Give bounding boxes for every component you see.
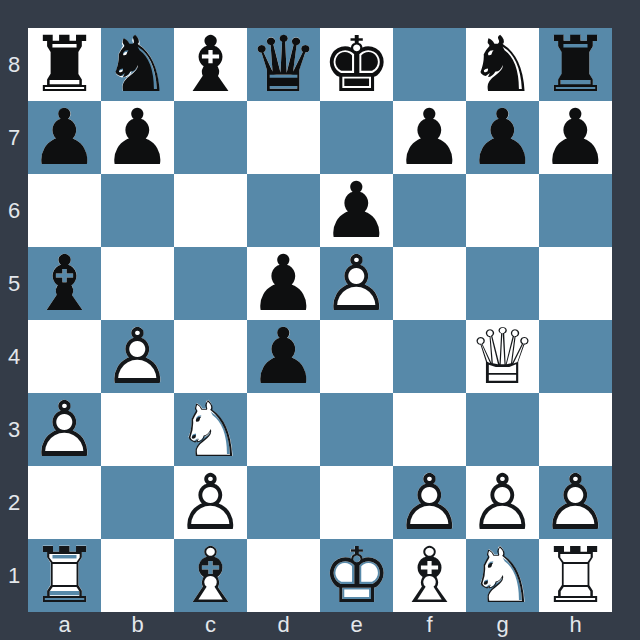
piece-glyph-base: ♜ <box>539 539 612 612</box>
square-e7[interactable] <box>320 101 393 174</box>
piece-glyph-base: ♝ <box>174 539 247 612</box>
square-g5[interactable] <box>466 247 539 320</box>
square-h2[interactable]: ♟♙ <box>539 466 612 539</box>
piece-glyph-base: ♟ <box>539 466 612 539</box>
piece-glyph-base: ♛ <box>466 320 539 393</box>
piece-black-pawn[interactable]: ♙♟ <box>247 320 320 393</box>
piece-glyph-base: ♞ <box>466 539 539 612</box>
square-e2[interactable] <box>320 466 393 539</box>
piece-glyph-base: ♟ <box>174 466 247 539</box>
piece-glyph-detail: ♙ <box>466 466 539 539</box>
square-h5[interactable] <box>539 247 612 320</box>
piece-white-bishop[interactable]: ♝♗ <box>174 539 247 612</box>
square-d3[interactable] <box>247 393 320 466</box>
piece-white-pawn[interactable]: ♟♙ <box>174 466 247 539</box>
piece-white-queen[interactable]: ♛♕ <box>466 320 539 393</box>
rank-label-5: 5 <box>0 247 28 320</box>
piece-black-pawn[interactable]: ♙♟ <box>466 101 539 174</box>
square-e1[interactable]: ♚♔ <box>320 539 393 612</box>
piece-glyph-base: ♘ <box>466 28 539 101</box>
piece-glyph-detail: ♖ <box>28 539 101 612</box>
piece-white-knight[interactable]: ♞♘ <box>174 393 247 466</box>
piece-glyph-base: ♜ <box>28 539 101 612</box>
piece-glyph-base: ♙ <box>320 174 393 247</box>
piece-glyph-base: ♖ <box>539 28 612 101</box>
square-d6[interactable] <box>247 174 320 247</box>
piece-black-rook[interactable]: ♖♜ <box>28 28 101 101</box>
piece-black-bishop[interactable]: ♗♝ <box>174 28 247 101</box>
piece-glyph-detail: ♟ <box>247 247 320 320</box>
square-h3[interactable] <box>539 393 612 466</box>
chess-app: 87654321 ♖♜♘♞♗♝♕♛♔♚♘♞♖♜♙♟♙♟♙♟♙♟♙♟♙♟♗♝♙♟♟… <box>0 0 640 640</box>
rank-label-6: 6 <box>0 174 28 247</box>
rank-label-3: 3 <box>0 393 28 466</box>
piece-white-pawn[interactable]: ♟♙ <box>393 466 466 539</box>
piece-glyph-base: ♚ <box>320 539 393 612</box>
square-c7[interactable] <box>174 101 247 174</box>
square-h4[interactable] <box>539 320 612 393</box>
piece-black-pawn[interactable]: ♙♟ <box>101 101 174 174</box>
square-a7[interactable]: ♙♟ <box>28 101 101 174</box>
piece-glyph-detail: ♕ <box>466 320 539 393</box>
piece-glyph-base: ♗ <box>28 247 101 320</box>
square-f1[interactable]: ♝♗ <box>393 539 466 612</box>
piece-glyph-base: ♙ <box>393 101 466 174</box>
piece-glyph-base: ♔ <box>320 28 393 101</box>
square-b2[interactable] <box>101 466 174 539</box>
file-label-g: g <box>466 612 539 640</box>
square-a5[interactable]: ♗♝ <box>28 247 101 320</box>
square-h6[interactable] <box>539 174 612 247</box>
piece-glyph-detail: ♙ <box>28 393 101 466</box>
square-c6[interactable] <box>174 174 247 247</box>
piece-glyph-detail: ♟ <box>539 101 612 174</box>
square-g2[interactable]: ♟♙ <box>466 466 539 539</box>
chess-board[interactable]: ♖♜♘♞♗♝♕♛♔♚♘♞♖♜♙♟♙♟♙♟♙♟♙♟♙♟♗♝♙♟♟♙♟♙♙♟♛♕♟♙… <box>28 28 612 612</box>
square-c8[interactable]: ♗♝ <box>174 28 247 101</box>
square-c3[interactable]: ♞♘ <box>174 393 247 466</box>
piece-glyph-detail: ♟ <box>101 101 174 174</box>
piece-glyph-detail: ♟ <box>28 101 101 174</box>
piece-glyph-detail: ♟ <box>393 101 466 174</box>
piece-glyph-base: ♙ <box>101 101 174 174</box>
square-b6[interactable] <box>101 174 174 247</box>
piece-black-pawn[interactable]: ♙♟ <box>320 174 393 247</box>
piece-white-pawn[interactable]: ♟♙ <box>101 320 174 393</box>
file-label-d: d <box>247 612 320 640</box>
square-d8[interactable]: ♕♛ <box>247 28 320 101</box>
square-b8[interactable]: ♘♞ <box>101 28 174 101</box>
square-c5[interactable] <box>174 247 247 320</box>
square-h1[interactable]: ♜♖ <box>539 539 612 612</box>
piece-glyph-detail: ♟ <box>247 320 320 393</box>
square-d7[interactable] <box>247 101 320 174</box>
square-b4[interactable]: ♟♙ <box>101 320 174 393</box>
piece-glyph-base: ♙ <box>466 101 539 174</box>
rank-label-8: 8 <box>0 28 28 101</box>
piece-white-rook[interactable]: ♜♖ <box>28 539 101 612</box>
piece-glyph-detail: ♟ <box>466 101 539 174</box>
square-g4[interactable]: ♛♕ <box>466 320 539 393</box>
square-d5[interactable]: ♙♟ <box>247 247 320 320</box>
square-a6[interactable] <box>28 174 101 247</box>
piece-glyph-detail: ♟ <box>320 174 393 247</box>
file-label-h: h <box>539 612 612 640</box>
piece-glyph-detail: ♞ <box>101 28 174 101</box>
piece-glyph-detail: ♙ <box>393 466 466 539</box>
piece-glyph-detail: ♞ <box>466 28 539 101</box>
square-a1[interactable]: ♜♖ <box>28 539 101 612</box>
square-b5[interactable] <box>101 247 174 320</box>
file-label-f: f <box>393 612 466 640</box>
piece-glyph-detail: ♖ <box>539 539 612 612</box>
file-label-b: b <box>101 612 174 640</box>
square-a2[interactable] <box>28 466 101 539</box>
square-f6[interactable] <box>393 174 466 247</box>
square-g7[interactable]: ♙♟ <box>466 101 539 174</box>
square-c1[interactable]: ♝♗ <box>174 539 247 612</box>
square-f2[interactable]: ♟♙ <box>393 466 466 539</box>
piece-white-bishop[interactable]: ♝♗ <box>393 539 466 612</box>
piece-glyph-detail: ♘ <box>174 393 247 466</box>
square-b3[interactable] <box>101 393 174 466</box>
rank-label-1: 1 <box>0 539 28 612</box>
square-a3[interactable]: ♟♙ <box>28 393 101 466</box>
file-label-c: c <box>174 612 247 640</box>
piece-glyph-detail: ♙ <box>174 466 247 539</box>
piece-glyph-detail: ♝ <box>174 28 247 101</box>
piece-black-bishop[interactable]: ♗♝ <box>28 247 101 320</box>
square-c2[interactable]: ♟♙ <box>174 466 247 539</box>
piece-glyph-detail: ♗ <box>393 539 466 612</box>
square-e6[interactable]: ♙♟ <box>320 174 393 247</box>
square-b7[interactable]: ♙♟ <box>101 101 174 174</box>
piece-glyph-base: ♟ <box>101 320 174 393</box>
piece-glyph-detail: ♜ <box>539 28 612 101</box>
piece-black-knight[interactable]: ♘♞ <box>101 28 174 101</box>
square-g6[interactable] <box>466 174 539 247</box>
square-f4[interactable] <box>393 320 466 393</box>
square-h7[interactable]: ♙♟ <box>539 101 612 174</box>
piece-glyph-detail: ♝ <box>28 247 101 320</box>
square-e8[interactable]: ♔♚ <box>320 28 393 101</box>
piece-glyph-base: ♗ <box>174 28 247 101</box>
piece-white-pawn[interactable]: ♟♙ <box>320 247 393 320</box>
piece-glyph-base: ♕ <box>247 28 320 101</box>
square-e3[interactable] <box>320 393 393 466</box>
piece-white-knight[interactable]: ♞♘ <box>466 539 539 612</box>
square-e5[interactable]: ♟♙ <box>320 247 393 320</box>
piece-glyph-detail: ♔ <box>320 539 393 612</box>
piece-black-pawn[interactable]: ♙♟ <box>247 247 320 320</box>
file-label-e: e <box>320 612 393 640</box>
piece-black-pawn[interactable]: ♙♟ <box>539 101 612 174</box>
square-d1[interactable] <box>247 539 320 612</box>
piece-white-pawn[interactable]: ♟♙ <box>539 466 612 539</box>
square-d4[interactable]: ♙♟ <box>247 320 320 393</box>
piece-glyph-base: ♙ <box>247 247 320 320</box>
piece-glyph-detail: ♚ <box>320 28 393 101</box>
square-g8[interactable]: ♘♞ <box>466 28 539 101</box>
square-b1[interactable] <box>101 539 174 612</box>
piece-glyph-detail: ♘ <box>466 539 539 612</box>
square-f3[interactable] <box>393 393 466 466</box>
square-g1[interactable]: ♞♘ <box>466 539 539 612</box>
piece-glyph-base: ♙ <box>247 320 320 393</box>
square-g3[interactable] <box>466 393 539 466</box>
piece-black-pawn[interactable]: ♙♟ <box>28 101 101 174</box>
file-label-a: a <box>28 612 101 640</box>
rank-labels: 87654321 <box>0 28 28 612</box>
piece-white-pawn[interactable]: ♟♙ <box>466 466 539 539</box>
rank-label-4: 4 <box>0 320 28 393</box>
rank-label-2: 2 <box>0 466 28 539</box>
piece-glyph-base: ♙ <box>28 101 101 174</box>
piece-black-king[interactable]: ♔♚ <box>320 28 393 101</box>
piece-glyph-detail: ♙ <box>539 466 612 539</box>
piece-glyph-detail: ♜ <box>28 28 101 101</box>
piece-glyph-base: ♙ <box>539 101 612 174</box>
piece-glyph-detail: ♗ <box>174 539 247 612</box>
piece-white-rook[interactable]: ♜♖ <box>539 539 612 612</box>
piece-black-queen[interactable]: ♕♛ <box>247 28 320 101</box>
piece-white-pawn[interactable]: ♟♙ <box>28 393 101 466</box>
piece-glyph-detail: ♙ <box>320 247 393 320</box>
square-d2[interactable] <box>247 466 320 539</box>
piece-glyph-base: ♟ <box>466 466 539 539</box>
file-labels: abcdefgh <box>28 612 612 640</box>
square-a4[interactable] <box>28 320 101 393</box>
rank-label-7: 7 <box>0 101 28 174</box>
piece-glyph-base: ♟ <box>393 466 466 539</box>
square-f5[interactable] <box>393 247 466 320</box>
piece-black-knight[interactable]: ♘♞ <box>466 28 539 101</box>
square-h8[interactable]: ♖♜ <box>539 28 612 101</box>
piece-black-pawn[interactable]: ♙♟ <box>393 101 466 174</box>
piece-black-rook[interactable]: ♖♜ <box>539 28 612 101</box>
piece-glyph-base: ♞ <box>174 393 247 466</box>
square-a8[interactable]: ♖♜ <box>28 28 101 101</box>
piece-glyph-detail: ♛ <box>247 28 320 101</box>
square-f7[interactable]: ♙♟ <box>393 101 466 174</box>
square-e4[interactable] <box>320 320 393 393</box>
piece-glyph-base: ♖ <box>28 28 101 101</box>
piece-glyph-base: ♘ <box>101 28 174 101</box>
piece-glyph-base: ♝ <box>393 539 466 612</box>
piece-glyph-base: ♟ <box>28 393 101 466</box>
piece-white-king[interactable]: ♚♔ <box>320 539 393 612</box>
piece-glyph-detail: ♙ <box>101 320 174 393</box>
piece-glyph-base: ♟ <box>320 247 393 320</box>
square-f8[interactable] <box>393 28 466 101</box>
square-c4[interactable] <box>174 320 247 393</box>
